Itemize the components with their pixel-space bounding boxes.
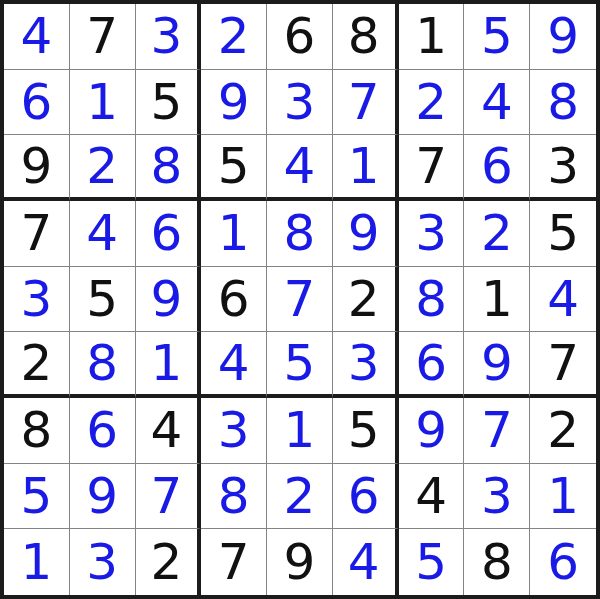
cell-r1c7[interactable]: 1: [399, 4, 465, 70]
cell-r2c2[interactable]: 1: [70, 70, 136, 136]
cell-r5c3[interactable]: 9: [136, 267, 202, 333]
cell-r8c2[interactable]: 9: [70, 464, 136, 530]
sudoku-page: 4732681596159372489285417637461893253596…: [0, 0, 600, 599]
cell-r2c5[interactable]: 3: [267, 70, 333, 136]
cell-r5c6[interactable]: 2: [333, 267, 399, 333]
cell-r2c9[interactable]: 8: [530, 70, 596, 136]
cell-r8c5[interactable]: 2: [267, 464, 333, 530]
cell-r7c9[interactable]: 2: [530, 398, 596, 464]
cell-r7c2[interactable]: 6: [70, 398, 136, 464]
cell-r4c3[interactable]: 6: [136, 201, 202, 267]
cell-r9c5[interactable]: 9: [267, 529, 333, 595]
cell-r2c6[interactable]: 7: [333, 70, 399, 136]
cell-r3c1[interactable]: 9: [4, 135, 70, 201]
cell-r6c9[interactable]: 7: [530, 332, 596, 398]
cell-r4c8[interactable]: 2: [464, 201, 530, 267]
sudoku-board: 4732681596159372489285417637461893253596…: [0, 0, 600, 599]
cell-r8c7[interactable]: 4: [399, 464, 465, 530]
cell-r9c7[interactable]: 5: [399, 529, 465, 595]
cell-r6c3[interactable]: 1: [136, 332, 202, 398]
cell-r5c4[interactable]: 6: [201, 267, 267, 333]
cell-r7c5[interactable]: 1: [267, 398, 333, 464]
cell-r2c4[interactable]: 9: [201, 70, 267, 136]
cell-r3c8[interactable]: 6: [464, 135, 530, 201]
cell-r3c4[interactable]: 5: [201, 135, 267, 201]
cell-r4c9[interactable]: 5: [530, 201, 596, 267]
cell-r8c1[interactable]: 5: [4, 464, 70, 530]
cell-r7c6[interactable]: 5: [333, 398, 399, 464]
cell-r8c8[interactable]: 3: [464, 464, 530, 530]
cell-r9c4[interactable]: 7: [201, 529, 267, 595]
cell-r2c7[interactable]: 2: [399, 70, 465, 136]
cell-r4c4[interactable]: 1: [201, 201, 267, 267]
cell-r1c3[interactable]: 3: [136, 4, 202, 70]
cell-r8c9[interactable]: 1: [530, 464, 596, 530]
cell-r5c2[interactable]: 5: [70, 267, 136, 333]
cell-r1c9[interactable]: 9: [530, 4, 596, 70]
cell-r9c6[interactable]: 4: [333, 529, 399, 595]
cell-r6c1[interactable]: 2: [4, 332, 70, 398]
cell-r9c2[interactable]: 3: [70, 529, 136, 595]
cell-r4c2[interactable]: 4: [70, 201, 136, 267]
cell-r9c3[interactable]: 2: [136, 529, 202, 595]
cell-r9c8[interactable]: 8: [464, 529, 530, 595]
cell-r2c8[interactable]: 4: [464, 70, 530, 136]
cell-r7c7[interactable]: 9: [399, 398, 465, 464]
cell-r4c5[interactable]: 8: [267, 201, 333, 267]
cell-r3c7[interactable]: 7: [399, 135, 465, 201]
cell-r2c3[interactable]: 5: [136, 70, 202, 136]
cell-r1c4[interactable]: 2: [201, 4, 267, 70]
cell-r1c6[interactable]: 8: [333, 4, 399, 70]
cell-r4c7[interactable]: 3: [399, 201, 465, 267]
cell-r7c3[interactable]: 4: [136, 398, 202, 464]
cell-r3c3[interactable]: 8: [136, 135, 202, 201]
cell-r6c2[interactable]: 8: [70, 332, 136, 398]
cell-r5c1[interactable]: 3: [4, 267, 70, 333]
cell-r6c4[interactable]: 4: [201, 332, 267, 398]
cell-r3c2[interactable]: 2: [70, 135, 136, 201]
cell-r1c2[interactable]: 7: [70, 4, 136, 70]
cell-r1c5[interactable]: 6: [267, 4, 333, 70]
cell-r3c6[interactable]: 1: [333, 135, 399, 201]
cell-r5c9[interactable]: 4: [530, 267, 596, 333]
cell-r7c4[interactable]: 3: [201, 398, 267, 464]
cell-r5c8[interactable]: 1: [464, 267, 530, 333]
cell-r7c8[interactable]: 7: [464, 398, 530, 464]
cell-r2c1[interactable]: 6: [4, 70, 70, 136]
cell-r1c1[interactable]: 4: [4, 4, 70, 70]
cell-r5c5[interactable]: 7: [267, 267, 333, 333]
cell-r6c7[interactable]: 6: [399, 332, 465, 398]
cell-r1c8[interactable]: 5: [464, 4, 530, 70]
cell-r5c7[interactable]: 8: [399, 267, 465, 333]
cell-r6c6[interactable]: 3: [333, 332, 399, 398]
cell-r8c4[interactable]: 8: [201, 464, 267, 530]
cell-r4c6[interactable]: 9: [333, 201, 399, 267]
cell-r9c9[interactable]: 6: [530, 529, 596, 595]
cell-r8c3[interactable]: 7: [136, 464, 202, 530]
cell-r4c1[interactable]: 7: [4, 201, 70, 267]
cell-r6c8[interactable]: 9: [464, 332, 530, 398]
cell-r3c5[interactable]: 4: [267, 135, 333, 201]
cell-r3c9[interactable]: 3: [530, 135, 596, 201]
cell-r8c6[interactable]: 6: [333, 464, 399, 530]
cell-r7c1[interactable]: 8: [4, 398, 70, 464]
cell-r6c5[interactable]: 5: [267, 332, 333, 398]
cell-r9c1[interactable]: 1: [4, 529, 70, 595]
